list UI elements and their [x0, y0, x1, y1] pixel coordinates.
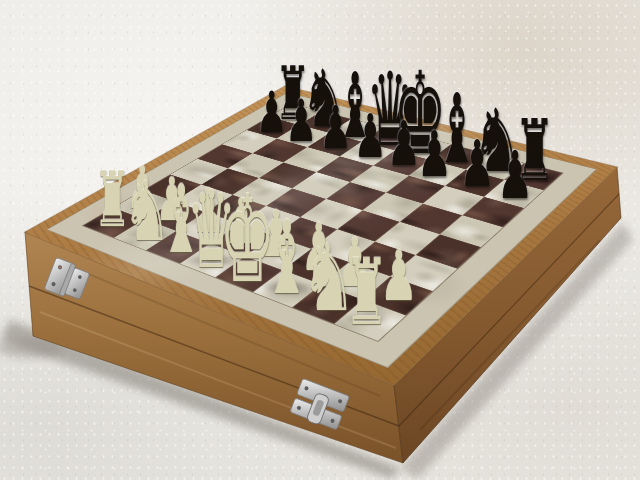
- black-pawn[interactable]: ♟: [494, 143, 535, 209]
- black-pawn[interactable]: ♟: [317, 98, 354, 157]
- chess-set-photo: ♜♞♝♛♚♝♞♜♟♟♟♟♟♟♟♟♟♟♟♟♟♟♟♟♜♞♝♛♚♝♞♜: [0, 0, 640, 480]
- black-pawn[interactable]: ♟: [283, 92, 319, 150]
- black-pawn[interactable]: ♟: [352, 106, 389, 166]
- black-pawn[interactable]: ♟: [415, 123, 454, 186]
- black-pawn[interactable]: ♟: [458, 132, 498, 196]
- white-rook[interactable]: ♜: [342, 247, 391, 338]
